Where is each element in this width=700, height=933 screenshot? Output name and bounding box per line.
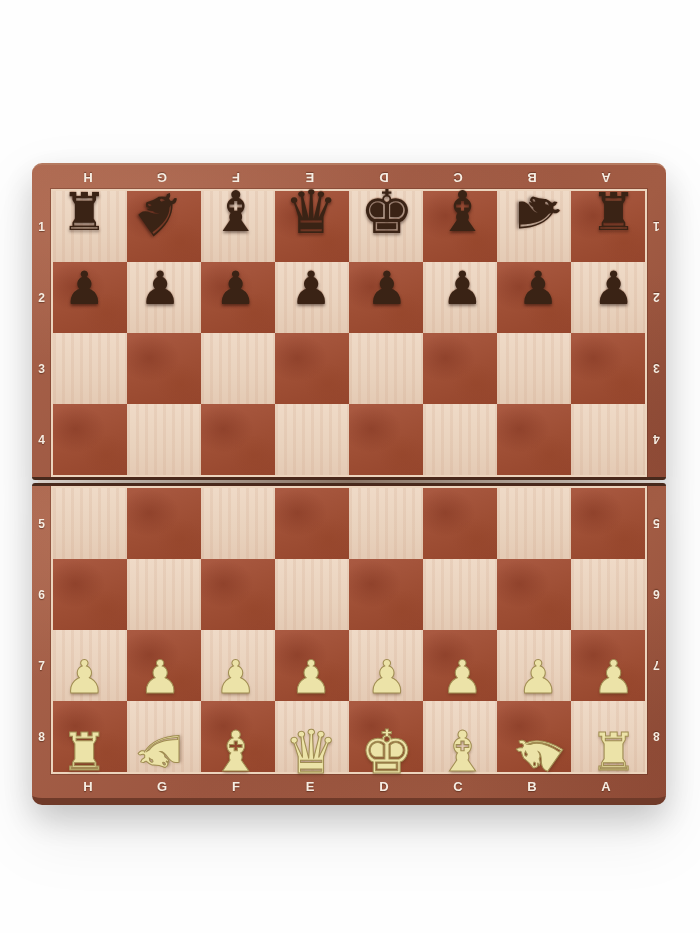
square-g6[interactable] xyxy=(127,559,201,630)
rank-labels-upper-left: 1234 xyxy=(32,189,51,477)
piece-black-king[interactable]: ♚ xyxy=(360,182,414,242)
square-e8[interactable]: ♛ xyxy=(275,701,349,772)
square-g3[interactable] xyxy=(127,333,201,404)
piece-black-pawn[interactable]: ♟ xyxy=(366,264,407,310)
square-d4[interactable] xyxy=(349,404,423,475)
piece-white-bishop[interactable]: ♝ xyxy=(210,723,260,779)
square-d2[interactable]: ♟ xyxy=(349,262,423,333)
board-lower-panel: 5678 ♟♟♟♟♟♟♟♟♜♞♝♛♚♝♞♜ 5678 HGFEDCBA xyxy=(32,483,666,805)
rank-label: 3 xyxy=(647,333,666,404)
piece-white-pawn[interactable]: ♟ xyxy=(215,653,256,699)
square-g8[interactable]: ♞ xyxy=(127,701,201,772)
square-a7[interactable]: ♟ xyxy=(571,630,645,701)
square-a1[interactable]: ♜ xyxy=(571,191,645,262)
file-label: G xyxy=(125,779,199,794)
piece-black-bishop[interactable]: ♝ xyxy=(437,184,487,240)
photo-background: HGFEDCBA 1234 ♜♞♝♛♚♝♞♜♟♟♟♟♟♟♟♟ 1234 5678… xyxy=(0,0,700,933)
square-c8[interactable]: ♝ xyxy=(423,701,497,772)
rank-label: 3 xyxy=(32,333,51,404)
square-e6[interactable] xyxy=(275,559,349,630)
piece-black-pawn[interactable]: ♟ xyxy=(139,264,180,310)
square-f2[interactable]: ♟ xyxy=(201,262,275,333)
square-a5[interactable] xyxy=(571,488,645,559)
square-g5[interactable] xyxy=(127,488,201,559)
square-b6[interactable] xyxy=(497,559,571,630)
piece-white-king[interactable]: ♚ xyxy=(360,721,414,781)
square-b5[interactable] xyxy=(497,488,571,559)
piece-black-pawn[interactable]: ♟ xyxy=(593,264,634,310)
square-e1[interactable]: ♛ xyxy=(275,191,349,262)
piece-white-pawn[interactable]: ♟ xyxy=(366,653,407,699)
square-d1[interactable]: ♚ xyxy=(349,191,423,262)
square-h5[interactable] xyxy=(53,488,127,559)
rank-label: 7 xyxy=(647,630,666,701)
file-label: B xyxy=(495,779,569,794)
square-c5[interactable] xyxy=(423,488,497,559)
board-upper-panel: HGFEDCBA 1234 ♜♞♝♛♚♝♞♜♟♟♟♟♟♟♟♟ 1234 xyxy=(32,163,666,480)
square-h8[interactable]: ♜ xyxy=(53,701,127,772)
rank-labels-lower-left: 5678 xyxy=(32,486,51,774)
square-f5[interactable] xyxy=(201,488,275,559)
squares-ranks-5-8: ♟♟♟♟♟♟♟♟♜♞♝♛♚♝♞♜ xyxy=(51,486,647,774)
rank-label: 5 xyxy=(647,488,666,559)
square-c2[interactable]: ♟ xyxy=(423,262,497,333)
square-c7[interactable]: ♟ xyxy=(423,630,497,701)
square-f8[interactable]: ♝ xyxy=(201,701,275,772)
square-g2[interactable]: ♟ xyxy=(127,262,201,333)
square-b2[interactable]: ♟ xyxy=(497,262,571,333)
square-h3[interactable] xyxy=(53,333,127,404)
square-f1[interactable]: ♝ xyxy=(201,191,275,262)
square-h1[interactable]: ♜ xyxy=(53,191,127,262)
piece-black-pawn[interactable]: ♟ xyxy=(442,264,483,310)
piece-white-pawn[interactable]: ♟ xyxy=(517,653,558,699)
piece-white-bishop[interactable]: ♝ xyxy=(437,723,487,779)
square-e4[interactable] xyxy=(275,404,349,475)
file-label: B xyxy=(495,170,569,185)
square-c4[interactable] xyxy=(423,404,497,475)
piece-black-bishop[interactable]: ♝ xyxy=(210,184,260,240)
square-d7[interactable]: ♟ xyxy=(349,630,423,701)
square-b3[interactable] xyxy=(497,333,571,404)
square-h6[interactable] xyxy=(53,559,127,630)
file-labels-top: HGFEDCBA xyxy=(32,165,666,189)
rank-label: 6 xyxy=(32,559,51,630)
piece-black-pawn[interactable]: ♟ xyxy=(517,264,558,310)
chess-board: HGFEDCBA 1234 ♜♞♝♛♚♝♞♜♟♟♟♟♟♟♟♟ 1234 5678… xyxy=(32,163,666,805)
square-d3[interactable] xyxy=(349,333,423,404)
rank-label: 5 xyxy=(32,488,51,559)
piece-black-pawn[interactable]: ♟ xyxy=(64,264,105,310)
square-f3[interactable] xyxy=(201,333,275,404)
square-f6[interactable] xyxy=(201,559,275,630)
piece-black-rook[interactable]: ♜ xyxy=(61,186,108,238)
piece-white-pawn[interactable]: ♟ xyxy=(291,653,332,699)
square-e3[interactable] xyxy=(275,333,349,404)
square-b4[interactable] xyxy=(497,404,571,475)
square-a4[interactable] xyxy=(571,404,645,475)
square-g7[interactable]: ♟ xyxy=(127,630,201,701)
square-d6[interactable] xyxy=(349,559,423,630)
rank-labels-upper-right: 1234 xyxy=(647,189,666,477)
square-g4[interactable] xyxy=(127,404,201,475)
piece-black-queen[interactable]: ♛ xyxy=(284,182,338,242)
piece-black-knight[interactable]: ♞ xyxy=(510,187,566,237)
rank-label: 8 xyxy=(32,701,51,772)
piece-white-knight[interactable]: ♞ xyxy=(132,726,188,776)
piece-black-rook[interactable]: ♜ xyxy=(590,186,637,238)
rank-label: 4 xyxy=(32,404,51,475)
piece-white-pawn[interactable]: ♟ xyxy=(139,653,180,699)
squares-ranks-1-4: ♜♞♝♛♚♝♞♜♟♟♟♟♟♟♟♟ xyxy=(51,189,647,477)
square-e7[interactable]: ♟ xyxy=(275,630,349,701)
square-a6[interactable] xyxy=(571,559,645,630)
square-h2[interactable]: ♟ xyxy=(53,262,127,333)
rank-label: 7 xyxy=(32,630,51,701)
square-h4[interactable] xyxy=(53,404,127,475)
square-b7[interactable]: ♟ xyxy=(497,630,571,701)
square-c1[interactable]: ♝ xyxy=(423,191,497,262)
square-e5[interactable] xyxy=(275,488,349,559)
square-f4[interactable] xyxy=(201,404,275,475)
square-b1[interactable]: ♞ xyxy=(497,191,571,262)
piece-white-pawn[interactable]: ♟ xyxy=(442,653,483,699)
square-c6[interactable] xyxy=(423,559,497,630)
piece-white-rook[interactable]: ♜ xyxy=(61,725,108,777)
square-c3[interactable] xyxy=(423,333,497,404)
square-f7[interactable]: ♟ xyxy=(201,630,275,701)
rank-label: 2 xyxy=(647,262,666,333)
square-e2[interactable]: ♟ xyxy=(275,262,349,333)
rank-label: 6 xyxy=(647,559,666,630)
piece-black-pawn[interactable]: ♟ xyxy=(215,264,256,310)
piece-white-pawn[interactable]: ♟ xyxy=(64,653,105,699)
piece-white-rook[interactable]: ♜ xyxy=(590,725,637,777)
square-d8[interactable]: ♚ xyxy=(349,701,423,772)
piece-white-queen[interactable]: ♛ xyxy=(284,721,338,781)
rank-label: 8 xyxy=(647,701,666,772)
rank-labels-lower-right: 5678 xyxy=(647,486,666,774)
rank-label: 2 xyxy=(32,262,51,333)
square-a8[interactable]: ♜ xyxy=(571,701,645,772)
square-a3[interactable] xyxy=(571,333,645,404)
rank-label: 1 xyxy=(32,191,51,262)
square-a2[interactable]: ♟ xyxy=(571,262,645,333)
rank-label: 4 xyxy=(647,404,666,475)
square-g1[interactable]: ♞ xyxy=(127,191,201,262)
square-d5[interactable] xyxy=(349,488,423,559)
square-h7[interactable]: ♟ xyxy=(53,630,127,701)
rank-label: 1 xyxy=(647,191,666,262)
piece-white-pawn[interactable]: ♟ xyxy=(593,653,634,699)
piece-black-pawn[interactable]: ♟ xyxy=(291,264,332,310)
file-labels-bottom: HGFEDCBA xyxy=(32,774,666,798)
square-b8[interactable]: ♞ xyxy=(497,701,571,772)
